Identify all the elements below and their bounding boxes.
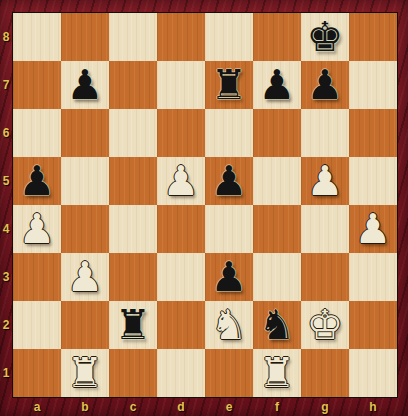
square-h8[interactable] xyxy=(349,13,397,61)
square-a7[interactable] xyxy=(13,61,61,109)
square-a3[interactable] xyxy=(13,253,61,301)
white-rook[interactable]: ♜ xyxy=(67,349,104,397)
square-b4[interactable] xyxy=(61,205,109,253)
square-c6[interactable] xyxy=(109,109,157,157)
square-b8[interactable] xyxy=(61,13,109,61)
white-knight[interactable]: ♞ xyxy=(211,301,248,349)
square-f5[interactable] xyxy=(253,157,301,205)
square-d4[interactable] xyxy=(157,205,205,253)
black-pawn[interactable]: ♟ xyxy=(307,61,344,109)
black-pawn[interactable]: ♟ xyxy=(67,61,104,109)
square-c5[interactable] xyxy=(109,157,157,205)
file-label-g: g xyxy=(301,397,349,416)
black-pawn[interactable]: ♟ xyxy=(211,157,248,205)
file-label-c: c xyxy=(109,397,157,416)
square-g1[interactable] xyxy=(301,349,349,397)
square-a8[interactable] xyxy=(13,13,61,61)
square-d3[interactable] xyxy=(157,253,205,301)
square-g5[interactable]: ♟ xyxy=(301,157,349,205)
square-d5[interactable]: ♟ xyxy=(157,157,205,205)
rank-label-3: 3 xyxy=(0,253,12,301)
square-e5[interactable]: ♟ xyxy=(205,157,253,205)
square-g7[interactable]: ♟ xyxy=(301,61,349,109)
rank-label-2: 2 xyxy=(0,301,12,349)
square-h7[interactable] xyxy=(349,61,397,109)
square-d1[interactable] xyxy=(157,349,205,397)
square-g2[interactable]: ♚ xyxy=(301,301,349,349)
square-a4[interactable]: ♟ xyxy=(13,205,61,253)
square-e6[interactable] xyxy=(205,109,253,157)
square-c2[interactable]: ♜ xyxy=(109,301,157,349)
square-f8[interactable] xyxy=(253,13,301,61)
black-knight[interactable]: ♞ xyxy=(259,301,296,349)
rank-label-1: 1 xyxy=(0,349,12,397)
square-f3[interactable] xyxy=(253,253,301,301)
black-king[interactable]: ♚ xyxy=(307,13,344,61)
square-f4[interactable] xyxy=(253,205,301,253)
square-c3[interactable] xyxy=(109,253,157,301)
square-h4[interactable]: ♟ xyxy=(349,205,397,253)
square-g4[interactable] xyxy=(301,205,349,253)
square-e8[interactable] xyxy=(205,13,253,61)
square-f6[interactable] xyxy=(253,109,301,157)
square-d6[interactable] xyxy=(157,109,205,157)
square-e7[interactable]: ♜ xyxy=(205,61,253,109)
white-pawn[interactable]: ♟ xyxy=(307,157,344,205)
file-label-a: a xyxy=(13,397,61,416)
black-rook[interactable]: ♜ xyxy=(211,61,248,109)
white-rook[interactable]: ♜ xyxy=(259,349,296,397)
black-pawn[interactable]: ♟ xyxy=(211,253,248,301)
square-b2[interactable] xyxy=(61,301,109,349)
file-label-d: d xyxy=(157,397,205,416)
square-g6[interactable] xyxy=(301,109,349,157)
square-c7[interactable] xyxy=(109,61,157,109)
square-c8[interactable] xyxy=(109,13,157,61)
square-b6[interactable] xyxy=(61,109,109,157)
square-e4[interactable] xyxy=(205,205,253,253)
square-b5[interactable] xyxy=(61,157,109,205)
white-pawn[interactable]: ♟ xyxy=(355,205,392,253)
rank-label-5: 5 xyxy=(0,157,12,205)
white-pawn[interactable]: ♟ xyxy=(19,205,56,253)
chess-board-frame: ♚♟♜♟♟♟♟♟♟♟♟♟♟♜♞♞♚♜♜ 8 7 6 5 4 3 2 1 a b … xyxy=(0,0,408,416)
square-b7[interactable]: ♟ xyxy=(61,61,109,109)
square-a1[interactable] xyxy=(13,349,61,397)
black-rook[interactable]: ♜ xyxy=(115,301,152,349)
square-d2[interactable] xyxy=(157,301,205,349)
square-a2[interactable] xyxy=(13,301,61,349)
square-c1[interactable] xyxy=(109,349,157,397)
square-h6[interactable] xyxy=(349,109,397,157)
white-pawn[interactable]: ♟ xyxy=(67,253,104,301)
square-h5[interactable] xyxy=(349,157,397,205)
file-label-e: e xyxy=(205,397,253,416)
file-label-h: h xyxy=(349,397,397,416)
square-e2[interactable]: ♞ xyxy=(205,301,253,349)
square-g3[interactable] xyxy=(301,253,349,301)
square-d7[interactable] xyxy=(157,61,205,109)
square-f7[interactable]: ♟ xyxy=(253,61,301,109)
square-e3[interactable]: ♟ xyxy=(205,253,253,301)
black-pawn[interactable]: ♟ xyxy=(19,157,56,205)
square-c4[interactable] xyxy=(109,205,157,253)
square-a5[interactable]: ♟ xyxy=(13,157,61,205)
square-d8[interactable] xyxy=(157,13,205,61)
chess-board: ♚♟♜♟♟♟♟♟♟♟♟♟♟♜♞♞♚♜♜ xyxy=(12,12,398,398)
square-h3[interactable] xyxy=(349,253,397,301)
square-a6[interactable] xyxy=(13,109,61,157)
square-b1[interactable]: ♜ xyxy=(61,349,109,397)
square-h1[interactable] xyxy=(349,349,397,397)
file-label-f: f xyxy=(253,397,301,416)
rank-label-4: 4 xyxy=(0,205,12,253)
square-h2[interactable] xyxy=(349,301,397,349)
white-king[interactable]: ♚ xyxy=(307,301,344,349)
square-g8[interactable]: ♚ xyxy=(301,13,349,61)
rank-label-8: 8 xyxy=(0,13,12,61)
white-pawn[interactable]: ♟ xyxy=(163,157,200,205)
square-e1[interactable] xyxy=(205,349,253,397)
square-b3[interactable]: ♟ xyxy=(61,253,109,301)
rank-label-7: 7 xyxy=(0,61,12,109)
file-label-b: b xyxy=(61,397,109,416)
square-f1[interactable]: ♜ xyxy=(253,349,301,397)
black-pawn[interactable]: ♟ xyxy=(259,61,296,109)
square-f2[interactable]: ♞ xyxy=(253,301,301,349)
rank-label-6: 6 xyxy=(0,109,12,157)
